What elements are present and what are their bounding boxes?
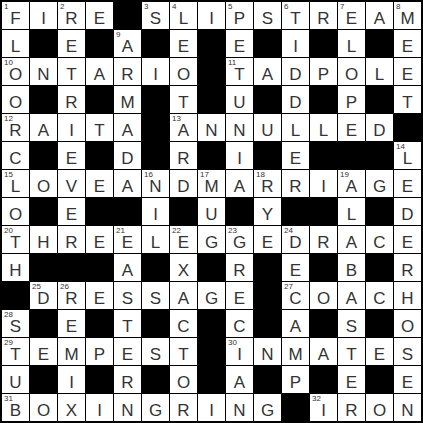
cell-letter: F (10, 10, 20, 27)
black-cell (86, 86, 113, 113)
cell-letter: R (317, 234, 329, 251)
letter-cell[interactable]: O (30, 170, 57, 197)
cell-letter: E (402, 66, 413, 83)
letter-cell[interactable]: 23G (226, 226, 253, 253)
black-cell (226, 198, 253, 225)
cell-letter: L (375, 66, 384, 83)
letter-cell[interactable]: H (30, 226, 57, 253)
letter-cell[interactable]: 18R (254, 170, 281, 197)
letter-cell[interactable]: D (366, 114, 393, 141)
letter-cell[interactable]: T (114, 310, 141, 337)
cell-letter: O (37, 402, 50, 419)
cell-letter: T (178, 346, 188, 363)
letter-cell[interactable]: X (58, 394, 85, 421)
black-cell (86, 142, 113, 169)
letter-cell[interactable]: C (366, 226, 393, 253)
cell-letter: S (402, 346, 413, 363)
letter-cell[interactable]: E (86, 2, 113, 29)
letter-cell[interactable]: S (394, 338, 421, 365)
letter-cell[interactable]: L (142, 226, 169, 253)
letter-cell[interactable]: 32I (310, 394, 337, 421)
cell-letter: E (346, 122, 357, 139)
cell-letter: E (122, 346, 133, 363)
letter-cell[interactable]: E (170, 30, 197, 57)
letter-cell[interactable]: T (394, 86, 421, 113)
cell-letter: U (233, 94, 245, 111)
letter-cell[interactable]: N (114, 394, 141, 421)
cell-letter: T (94, 122, 104, 139)
letter-cell[interactable]: D (114, 142, 141, 169)
letter-cell[interactable]: H (2, 254, 29, 281)
cell-letter: C (289, 290, 301, 307)
letter-cell[interactable]: E (282, 142, 309, 169)
letter-cell[interactable]: L (338, 30, 365, 57)
letter-cell[interactable]: G (142, 394, 169, 421)
cell-letter: D (401, 206, 413, 223)
letter-cell[interactable]: L (2, 30, 29, 57)
letter-cell[interactable]: 15L (2, 170, 29, 197)
letter-cell[interactable]: E (86, 282, 113, 309)
letter-cell[interactable]: A (114, 170, 141, 197)
clue-number: 30 (228, 339, 237, 347)
letter-cell[interactable]: A (226, 366, 253, 393)
black-cell (254, 30, 281, 57)
cell-letter: T (402, 94, 412, 111)
black-cell (338, 142, 365, 169)
letter-cell[interactable]: I (142, 58, 169, 85)
cell-letter: I (97, 402, 102, 419)
letter-cell[interactable]: I (58, 366, 85, 393)
letter-cell[interactable]: 28S (2, 310, 29, 337)
letter-cell[interactable]: E (58, 30, 85, 57)
letter-cell[interactable]: E (394, 58, 421, 85)
letter-cell[interactable]: O (310, 282, 337, 309)
letter-cell[interactable]: R (58, 86, 85, 113)
cell-letter: R (65, 94, 77, 111)
letter-cell[interactable]: U (254, 114, 281, 141)
letter-cell[interactable]: 8M (394, 2, 421, 29)
black-cell (310, 198, 337, 225)
letter-cell[interactable]: O (170, 366, 197, 393)
letter-cell[interactable]: E (86, 226, 113, 253)
cell-letter: H (401, 290, 413, 307)
letter-cell[interactable]: D (282, 86, 309, 113)
letter-cell[interactable]: S (114, 282, 141, 309)
cell-letter: E (178, 38, 189, 55)
letter-cell[interactable]: 19A (338, 170, 365, 197)
letter-cell[interactable]: 29T (2, 338, 29, 365)
letter-cell[interactable]: I (58, 114, 85, 141)
cell-letter: H (37, 234, 49, 251)
cell-letter: A (122, 122, 133, 139)
cell-letter: C (9, 150, 21, 167)
letter-cell[interactable]: L (310, 114, 337, 141)
letter-cell[interactable]: S (254, 2, 281, 29)
cell-letter: O (37, 178, 50, 195)
black-cell (254, 86, 281, 113)
cell-letter: O (9, 94, 22, 111)
letter-cell[interactable]: I (310, 170, 337, 197)
letter-cell[interactable]: I (198, 394, 225, 421)
letter-cell[interactable]: M (114, 86, 141, 113)
black-cell (142, 366, 169, 393)
letter-cell[interactable]: I (198, 2, 225, 29)
cell-letter: L (291, 122, 300, 139)
letter-cell[interactable]: 5P (226, 2, 253, 29)
letter-cell[interactable]: E (366, 338, 393, 365)
clue-number: 32 (312, 395, 321, 403)
letter-cell[interactable]: U (2, 366, 29, 393)
cell-letter: E (66, 38, 77, 55)
cell-letter: Y (262, 206, 273, 223)
letter-cell[interactable]: A (30, 114, 57, 141)
cell-letter: I (321, 402, 326, 419)
letter-cell[interactable]: R (170, 142, 197, 169)
letter-cell[interactable]: E (394, 366, 421, 393)
cell-letter: R (177, 150, 189, 167)
letter-cell[interactable]: 14L (394, 142, 421, 169)
cell-letter: N (205, 122, 217, 139)
cell-letter: R (177, 402, 189, 419)
cell-letter: A (122, 38, 133, 55)
cell-letter: D (177, 178, 189, 195)
letter-cell[interactable]: P (338, 86, 365, 113)
cell-letter: B (10, 402, 21, 419)
letter-cell[interactable]: 25D (30, 282, 57, 309)
letter-cell[interactable]: O (2, 198, 29, 225)
letter-cell[interactable]: H (394, 282, 421, 309)
letter-cell[interactable]: A (282, 310, 309, 337)
cell-letter: U (9, 374, 21, 391)
cell-letter: N (233, 122, 245, 139)
letter-cell[interactable]: R (394, 254, 421, 281)
letter-cell[interactable]: D (394, 198, 421, 225)
letter-cell[interactable]: A (114, 114, 141, 141)
clue-number: 13 (172, 115, 181, 123)
letter-cell[interactable]: L (338, 198, 365, 225)
letter-cell[interactable]: E (58, 142, 85, 169)
black-cell (198, 310, 225, 337)
black-cell (30, 366, 57, 393)
clue-number: 4 (172, 3, 176, 11)
letter-cell[interactable]: C (366, 282, 393, 309)
letter-cell[interactable]: E (394, 30, 421, 57)
letter-cell[interactable]: A (226, 170, 253, 197)
letter-cell[interactable]: 13A (170, 114, 197, 141)
clue-number: 16 (144, 171, 153, 179)
black-cell (86, 366, 113, 393)
letter-cell[interactable]: A (86, 58, 113, 85)
black-cell (30, 86, 57, 113)
cell-letter: T (10, 234, 20, 251)
letter-cell[interactable]: 20T (2, 226, 29, 253)
black-cell (170, 198, 197, 225)
cell-letter: L (151, 234, 160, 251)
letter-cell[interactable]: T (86, 114, 113, 141)
letter-cell[interactable]: P (310, 58, 337, 85)
letter-cell[interactable]: I (226, 142, 253, 169)
letter-cell[interactable]: L (366, 58, 393, 85)
letter-cell[interactable]: T (58, 58, 85, 85)
letter-cell[interactable]: 12R (2, 114, 29, 141)
letter-cell[interactable]: 4L (170, 2, 197, 29)
cell-letter: E (402, 178, 413, 195)
cell-letter: P (318, 66, 329, 83)
cell-letter: T (178, 94, 188, 111)
cell-letter: I (153, 206, 158, 223)
cell-letter: T (122, 318, 132, 335)
cell-letter: P (94, 346, 105, 363)
black-cell (142, 86, 169, 113)
letter-cell[interactable]: 6T (282, 2, 309, 29)
clue-number: 6 (284, 3, 288, 11)
black-cell (282, 394, 309, 421)
letter-cell[interactable]: N (30, 58, 57, 85)
cell-letter: M (120, 94, 134, 111)
cell-letter: C (373, 234, 385, 251)
cell-letter: P (234, 10, 245, 27)
letter-cell[interactable]: E (114, 338, 141, 365)
clue-number: 29 (4, 339, 13, 347)
black-cell (310, 310, 337, 337)
letter-cell[interactable]: U (226, 86, 253, 113)
letter-cell[interactable]: O (394, 310, 421, 337)
letter-cell[interactable]: C (170, 310, 197, 337)
cell-letter: R (345, 402, 357, 419)
letter-cell[interactable]: 7E (338, 2, 365, 29)
letter-cell[interactable]: Y (254, 198, 281, 225)
letter-cell[interactable]: A (170, 282, 197, 309)
cell-letter: S (10, 318, 21, 335)
cell-letter: M (288, 346, 302, 363)
letter-cell[interactable]: 27C (282, 282, 309, 309)
letter-cell[interactable]: A (254, 58, 281, 85)
letter-cell[interactable]: 30I (226, 338, 253, 365)
letter-cell[interactable]: 26R (58, 282, 85, 309)
letter-cell[interactable]: E (226, 282, 253, 309)
letter-cell[interactable]: I (30, 2, 57, 29)
clue-number: 26 (60, 283, 69, 291)
letter-cell[interactable]: N (226, 114, 253, 141)
black-cell (30, 198, 57, 225)
letter-cell[interactable]: T (338, 338, 365, 365)
cell-letter: E (402, 374, 413, 391)
black-cell (198, 254, 225, 281)
letter-cell[interactable]: O (2, 86, 29, 113)
letter-cell[interactable]: E (394, 170, 421, 197)
letter-cell[interactable]: E (338, 114, 365, 141)
cell-letter: M (204, 178, 218, 195)
letter-cell[interactable]: O (338, 58, 365, 85)
cell-letter: A (178, 290, 189, 307)
letter-cell[interactable]: D (170, 170, 197, 197)
cell-letter: T (290, 10, 300, 27)
letter-cell[interactable]: I (86, 394, 113, 421)
cell-letter: T (66, 66, 76, 83)
cell-letter: L (11, 178, 20, 195)
letter-cell[interactable]: E (58, 310, 85, 337)
letter-cell[interactable]: D (282, 58, 309, 85)
letter-cell[interactable]: M (58, 338, 85, 365)
letter-cell[interactable]: O (170, 58, 197, 85)
letter-cell[interactable]: A (338, 226, 365, 253)
letter-cell[interactable]: C (226, 310, 253, 337)
letter-cell[interactable]: X (170, 254, 197, 281)
cell-letter: E (66, 318, 77, 335)
cell-letter: A (38, 122, 49, 139)
clue-number: 5 (228, 3, 232, 11)
letter-cell[interactable]: A (114, 254, 141, 281)
cell-letter: M (64, 346, 78, 363)
cell-letter: A (122, 262, 133, 279)
letter-cell[interactable]: E (282, 254, 309, 281)
letter-cell[interactable]: R (114, 58, 141, 85)
letter-cell[interactable]: S (338, 310, 365, 337)
letter-cell[interactable]: R (226, 254, 253, 281)
letter-cell[interactable]: 3S (142, 2, 169, 29)
cell-letter: A (234, 374, 245, 391)
cell-letter: I (41, 10, 46, 27)
letter-cell[interactable]: 31B (2, 394, 29, 421)
black-cell (142, 254, 169, 281)
black-cell (86, 198, 113, 225)
letter-cell[interactable]: E (338, 366, 365, 393)
cell-letter: E (38, 346, 49, 363)
letter-cell[interactable]: G (254, 394, 281, 421)
letter-cell[interactable]: N (198, 114, 225, 141)
cell-letter: I (209, 402, 214, 419)
letter-cell[interactable]: T (170, 86, 197, 113)
letter-cell[interactable]: G (198, 282, 225, 309)
cell-letter: O (177, 66, 190, 83)
letter-cell[interactable]: L (282, 114, 309, 141)
clue-number: 2 (60, 3, 64, 11)
letter-cell[interactable]: I (142, 198, 169, 225)
letter-cell[interactable]: 21E (114, 226, 141, 253)
letter-cell[interactable]: O (30, 394, 57, 421)
letter-cell[interactable]: B (338, 254, 365, 281)
letter-cell[interactable]: 11T (226, 58, 253, 85)
cell-letter: S (262, 10, 273, 27)
cell-letter: C (373, 290, 385, 307)
cell-letter: A (374, 10, 385, 27)
letter-cell[interactable]: 22E (170, 226, 197, 253)
letter-cell[interactable]: R (310, 2, 337, 29)
letter-cell[interactable]: 16N (142, 170, 169, 197)
letter-cell[interactable]: V (58, 170, 85, 197)
letter-cell[interactable]: G (198, 226, 225, 253)
letter-cell[interactable]: 9A (114, 30, 141, 57)
letter-cell[interactable]: P (86, 338, 113, 365)
letter-cell[interactable]: E (254, 226, 281, 253)
letter-cell[interactable]: C (2, 142, 29, 169)
clue-number: 12 (4, 115, 13, 123)
letter-cell[interactable]: E (30, 338, 57, 365)
cell-letter: T (346, 346, 356, 363)
letter-cell[interactable]: M (282, 338, 309, 365)
cell-letter: G (205, 290, 218, 307)
cell-letter: R (317, 10, 329, 27)
cell-letter: R (65, 10, 77, 27)
letter-cell[interactable]: G (366, 170, 393, 197)
cell-letter: L (179, 10, 188, 27)
letter-cell[interactable]: 17M (198, 170, 225, 197)
letter-cell[interactable]: R (114, 366, 141, 393)
cell-letter: B (346, 262, 357, 279)
letter-cell[interactable]: R (338, 394, 365, 421)
letter-cell[interactable]: E (394, 226, 421, 253)
cell-letter: P (346, 94, 357, 111)
cell-letter: N (261, 346, 273, 363)
letter-cell[interactable]: 10O (2, 58, 29, 85)
letter-cell[interactable]: N (226, 394, 253, 421)
letter-cell[interactable]: R (170, 394, 197, 421)
cell-letter: R (289, 178, 301, 195)
letter-cell[interactable]: 1F (2, 2, 29, 29)
letter-cell[interactable]: P (282, 366, 309, 393)
cell-letter: N (121, 402, 133, 419)
black-cell (30, 30, 57, 57)
letter-cell[interactable]: E (58, 198, 85, 225)
letter-cell[interactable]: E (86, 170, 113, 197)
black-cell (142, 310, 169, 337)
letter-cell[interactable]: R (58, 226, 85, 253)
clue-number: 21 (116, 227, 125, 235)
clue-number: 23 (228, 227, 237, 235)
cell-letter: G (205, 234, 218, 251)
black-cell (394, 114, 421, 141)
letter-cell[interactable]: T (170, 338, 197, 365)
cell-letter: E (290, 150, 301, 167)
cell-letter: R (65, 234, 77, 251)
clue-number: 28 (4, 311, 13, 319)
letter-cell[interactable]: A (366, 2, 393, 29)
cell-letter: E (374, 346, 385, 363)
cell-letter: R (233, 262, 245, 279)
letter-cell[interactable]: O (366, 394, 393, 421)
letter-cell[interactable]: I (282, 30, 309, 57)
clue-number: 3 (144, 3, 148, 11)
letter-cell[interactable]: A (310, 338, 337, 365)
letter-cell[interactable]: R (282, 170, 309, 197)
black-cell (2, 282, 29, 309)
cell-letter: D (37, 290, 49, 307)
cell-letter: I (293, 38, 298, 55)
letter-cell[interactable]: 24D (282, 226, 309, 253)
cell-letter: D (289, 234, 301, 251)
letter-cell[interactable]: N (394, 394, 421, 421)
black-cell (310, 30, 337, 57)
letter-cell[interactable]: E (226, 30, 253, 57)
letter-cell[interactable]: 2R (58, 2, 85, 29)
cell-letter: R (121, 66, 133, 83)
cell-letter: P (290, 374, 301, 391)
cell-letter: N (401, 402, 413, 419)
cell-letter: E (346, 10, 357, 27)
letter-cell[interactable]: S (142, 338, 169, 365)
cell-letter: C (233, 318, 245, 335)
letter-cell[interactable]: S (142, 282, 169, 309)
cell-letter: L (403, 150, 412, 167)
letter-cell[interactable]: N (254, 338, 281, 365)
letter-cell[interactable]: U (198, 198, 225, 225)
letter-cell[interactable]: R (310, 226, 337, 253)
cell-letter: G (149, 402, 162, 419)
cell-letter: R (261, 178, 273, 195)
black-cell (366, 86, 393, 113)
letter-cell[interactable]: A (338, 282, 365, 309)
cell-letter: E (234, 290, 245, 307)
